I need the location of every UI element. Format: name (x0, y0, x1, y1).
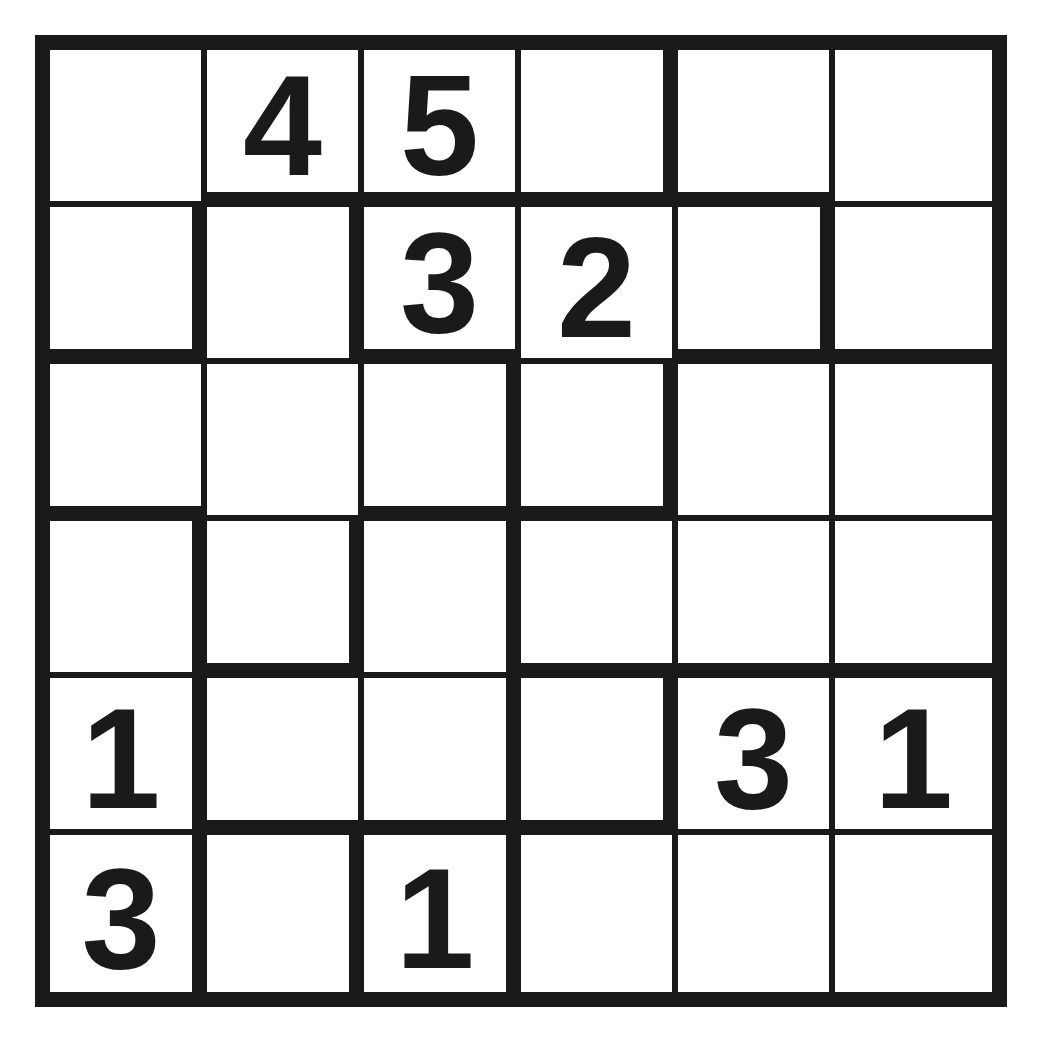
cell-r1c2: 4 (207, 50, 364, 207)
cell-r6c3: 1 (364, 835, 521, 992)
cell-r4c3[interactable] (364, 521, 521, 678)
cell-r5c5: 3 (678, 678, 835, 835)
cell-r6c4[interactable] (521, 835, 678, 992)
cell-r4c1[interactable] (50, 521, 207, 678)
cell-r5c4[interactable] (521, 678, 678, 835)
cell-r1c4[interactable] (521, 50, 678, 207)
given-digit: 5 (400, 45, 479, 197)
cell-r4c4[interactable] (521, 521, 678, 678)
cell-r3c3[interactable] (364, 364, 521, 521)
cell-r3c4[interactable] (521, 364, 678, 521)
cell-r2c4: 2 (521, 207, 678, 364)
cell-r4c2[interactable] (207, 521, 364, 678)
cell-r5c1: 1 (50, 678, 207, 835)
cell-r2c2[interactable] (207, 207, 364, 364)
cell-r2c1[interactable] (50, 207, 207, 364)
cell-r1c3: 5 (364, 50, 521, 207)
cell-r1c6[interactable] (835, 50, 992, 207)
given-digit: 1 (396, 838, 475, 990)
given-digit: 2 (557, 207, 636, 359)
cell-r2c5[interactable] (678, 207, 835, 364)
given-digit: 1 (874, 678, 953, 830)
given-digit: 4 (243, 45, 322, 197)
cell-r6c6[interactable] (835, 835, 992, 992)
cell-r4c5[interactable] (678, 521, 835, 678)
cell-r2c3: 3 (364, 207, 521, 364)
cell-r6c5[interactable] (678, 835, 835, 992)
cell-r1c1[interactable] (50, 50, 207, 207)
cell-r5c2[interactable] (207, 678, 364, 835)
cell-r3c6[interactable] (835, 364, 992, 521)
cell-r3c1[interactable] (50, 364, 207, 521)
cell-r3c2[interactable] (207, 364, 364, 521)
puzzle-page: 453213131 (0, 0, 1042, 1042)
given-digit: 1 (82, 678, 161, 830)
given-digit: 3 (82, 838, 161, 990)
cell-r5c6: 1 (835, 678, 992, 835)
cell-r1c5[interactable] (678, 50, 835, 207)
cell-r6c2[interactable] (207, 835, 364, 992)
given-digit: 3 (714, 678, 793, 830)
suguru-board: 453213131 (35, 35, 1007, 1007)
cell-r6c1: 3 (50, 835, 207, 992)
cell-r3c5[interactable] (678, 364, 835, 521)
cell-r4c6[interactable] (835, 521, 992, 678)
given-digit: 3 (400, 202, 479, 354)
cell-r2c6[interactable] (835, 207, 992, 364)
cell-r5c3[interactable] (364, 678, 521, 835)
